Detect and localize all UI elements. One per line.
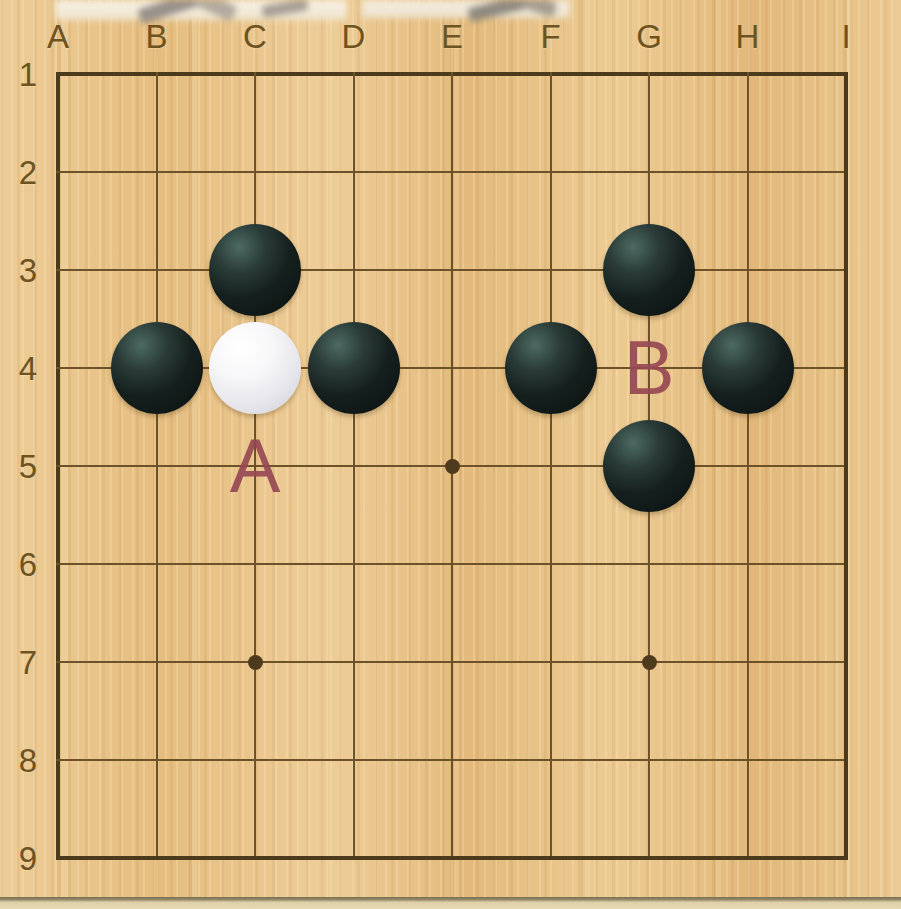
- black-stone-G5: [600, 417, 699, 515]
- star-point-dot: [445, 459, 460, 474]
- black-stone-B4: [107, 319, 206, 417]
- go-board[interactable]: AB: [9, 25, 896, 907]
- board-bottom-edge: [0, 897, 901, 909]
- black-stone-G3: [600, 221, 699, 319]
- star-point-dot: [248, 655, 263, 670]
- move-option-B[interactable]: B: [600, 319, 699, 417]
- black-stone: [702, 322, 794, 414]
- star-point-E5: [403, 417, 502, 515]
- star-point-G7: [600, 613, 699, 711]
- annotation-label-A[interactable]: A: [230, 428, 281, 504]
- black-stone-H4: [698, 319, 797, 417]
- black-stone-D4: [304, 319, 403, 417]
- black-stone-C3: [206, 221, 305, 319]
- move-option-A[interactable]: A: [206, 417, 305, 515]
- white-stone-C4: [206, 319, 305, 417]
- black-stone: [603, 420, 695, 512]
- black-stone: [505, 322, 597, 414]
- white-stone: [209, 322, 301, 414]
- go-app-screen: ABCDEFGHI123456789 AB: [0, 0, 901, 909]
- black-stone: [603, 224, 695, 316]
- annotation-label-B[interactable]: B: [624, 330, 675, 406]
- star-point-dot: [642, 655, 657, 670]
- black-stone: [111, 322, 203, 414]
- black-stone: [209, 224, 301, 316]
- star-point-C7: [206, 613, 305, 711]
- black-stone: [308, 322, 400, 414]
- black-stone-F4: [501, 319, 600, 417]
